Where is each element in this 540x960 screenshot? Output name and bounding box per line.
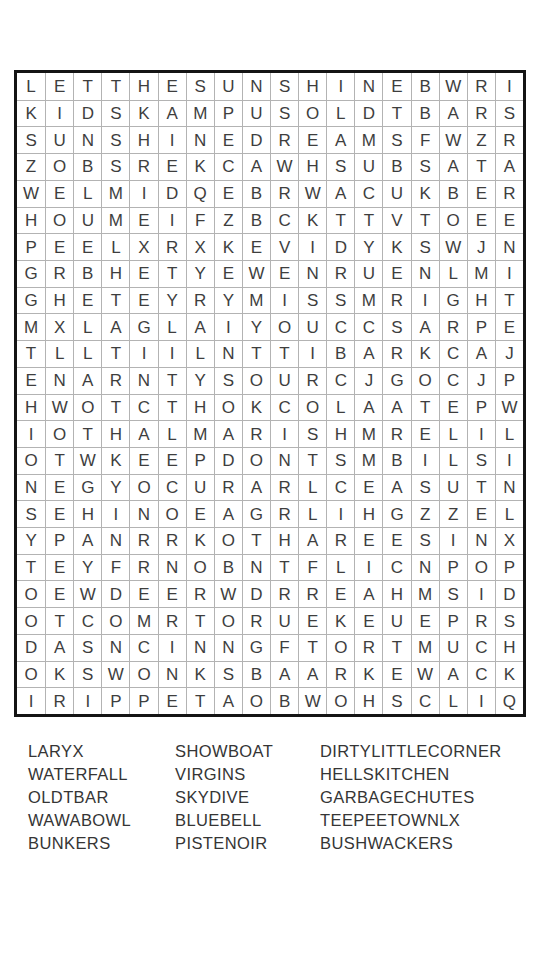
grid-cell-r21c1[interactable]: O xyxy=(17,607,45,634)
grid-cell-r14c15[interactable]: E xyxy=(411,420,439,447)
grid-cell-r6c18[interactable]: E xyxy=(495,207,523,234)
grid-cell-r16c6[interactable]: C xyxy=(158,474,186,501)
grid-cell-r22c7[interactable]: N xyxy=(186,634,214,661)
grid-cell-r6c10[interactable]: C xyxy=(270,207,298,234)
grid-cell-r14c1[interactable]: I xyxy=(17,420,45,447)
grid-cell-r20c1[interactable]: O xyxy=(17,580,45,607)
grid-cell-r5c18[interactable]: R xyxy=(495,180,523,207)
grid-cell-r24c9[interactable]: O xyxy=(242,687,270,714)
grid-cell-r24c8[interactable]: A xyxy=(214,687,242,714)
grid-cell-r1c10[interactable]: S xyxy=(270,73,298,100)
grid-cell-r3c12[interactable]: A xyxy=(326,126,354,153)
grid-cell-r22c15[interactable]: M xyxy=(411,634,439,661)
grid-cell-r12c12[interactable]: C xyxy=(326,367,354,394)
grid-cell-r7c2[interactable]: E xyxy=(45,233,73,260)
grid-cell-r14c10[interactable]: I xyxy=(270,420,298,447)
grid-cell-r9c8[interactable]: Y xyxy=(214,287,242,314)
grid-cell-r8c2[interactable]: R xyxy=(45,260,73,287)
grid-cell-r4c2[interactable]: O xyxy=(45,153,73,180)
grid-cell-r14c17[interactable]: I xyxy=(467,420,495,447)
grid-cell-r21c3[interactable]: C xyxy=(73,607,101,634)
grid-cell-r23c3[interactable]: S xyxy=(73,661,101,688)
grid-cell-r19c11[interactable]: F xyxy=(298,554,326,581)
grid-cell-r24c12[interactable]: O xyxy=(326,687,354,714)
grid-cell-r18c5[interactable]: R xyxy=(129,527,157,554)
grid-cell-r23c9[interactable]: B xyxy=(242,661,270,688)
grid-cell-r11c3[interactable]: L xyxy=(73,340,101,367)
grid-cell-r22c18[interactable]: H xyxy=(495,634,523,661)
grid-cell-r3c5[interactable]: H xyxy=(129,126,157,153)
grid-cell-r3c8[interactable]: E xyxy=(214,126,242,153)
grid-cell-r2c16[interactable]: A xyxy=(439,100,467,127)
grid-cell-r12c1[interactable]: E xyxy=(17,367,45,394)
grid-cell-r7c17[interactable]: J xyxy=(467,233,495,260)
grid-cell-r8c6[interactable]: T xyxy=(158,260,186,287)
grid-cell-r3c6[interactable]: I xyxy=(158,126,186,153)
grid-cell-r8c3[interactable]: B xyxy=(73,260,101,287)
grid-cell-r13c18[interactable]: W xyxy=(495,394,523,421)
grid-cell-r20c16[interactable]: S xyxy=(439,580,467,607)
grid-cell-r18c8[interactable]: O xyxy=(214,527,242,554)
grid-cell-r23c7[interactable]: K xyxy=(186,661,214,688)
grid-cell-r5c17[interactable]: E xyxy=(467,180,495,207)
grid-cell-r17c11[interactable]: L xyxy=(298,500,326,527)
grid-cell-r14c16[interactable]: L xyxy=(439,420,467,447)
grid-cell-r13c10[interactable]: C xyxy=(270,394,298,421)
grid-cell-r12c18[interactable]: P xyxy=(495,367,523,394)
grid-cell-r24c5[interactable]: P xyxy=(129,687,157,714)
grid-cell-r15c12[interactable]: S xyxy=(326,447,354,474)
grid-cell-r13c4[interactable]: T xyxy=(101,394,129,421)
grid-cell-r18c3[interactable]: A xyxy=(73,527,101,554)
grid-cell-r20c17[interactable]: I xyxy=(467,580,495,607)
grid-cell-r9c18[interactable]: T xyxy=(495,287,523,314)
grid-cell-r11c16[interactable]: C xyxy=(439,340,467,367)
grid-cell-r14c9[interactable]: R xyxy=(242,420,270,447)
grid-cell-r1c15[interactable]: B xyxy=(411,73,439,100)
grid-cell-r6c2[interactable]: O xyxy=(45,207,73,234)
grid-cell-r2c15[interactable]: B xyxy=(411,100,439,127)
grid-cell-r9c5[interactable]: E xyxy=(129,287,157,314)
grid-cell-r13c11[interactable]: O xyxy=(298,394,326,421)
grid-cell-r14c11[interactable]: S xyxy=(298,420,326,447)
grid-cell-r11c4[interactable]: T xyxy=(101,340,129,367)
grid-cell-r14c8[interactable]: A xyxy=(214,420,242,447)
grid-cell-r1c12[interactable]: I xyxy=(326,73,354,100)
grid-cell-r14c12[interactable]: H xyxy=(326,420,354,447)
grid-cell-r13c7[interactable]: H xyxy=(186,394,214,421)
grid-cell-r20c8[interactable]: W xyxy=(214,580,242,607)
grid-cell-r15c4[interactable]: K xyxy=(101,447,129,474)
grid-cell-r5c5[interactable]: I xyxy=(129,180,157,207)
grid-cell-r22c4[interactable]: N xyxy=(101,634,129,661)
grid-cell-r7c10[interactable]: V xyxy=(270,233,298,260)
grid-cell-r12c13[interactable]: J xyxy=(354,367,382,394)
grid-cell-r24c16[interactable]: L xyxy=(439,687,467,714)
grid-cell-r22c3[interactable]: S xyxy=(73,634,101,661)
grid-cell-r11c9[interactable]: T xyxy=(242,340,270,367)
grid-cell-r14c18[interactable]: L xyxy=(495,420,523,447)
grid-cell-r7c11[interactable]: I xyxy=(298,233,326,260)
grid-cell-r2c10[interactable]: S xyxy=(270,100,298,127)
grid-cell-r7c6[interactable]: R xyxy=(158,233,186,260)
grid-cell-r5c12[interactable]: A xyxy=(326,180,354,207)
grid-cell-r23c10[interactable]: A xyxy=(270,661,298,688)
grid-cell-r18c15[interactable]: S xyxy=(411,527,439,554)
grid-cell-r10c7[interactable]: A xyxy=(186,313,214,340)
grid-cell-r16c16[interactable]: U xyxy=(439,474,467,501)
grid-cell-r13c9[interactable]: K xyxy=(242,394,270,421)
grid-cell-r1c6[interactable]: E xyxy=(158,73,186,100)
grid-cell-r8c4[interactable]: H xyxy=(101,260,129,287)
grid-cell-r3c13[interactable]: M xyxy=(354,126,382,153)
grid-cell-r15c3[interactable]: W xyxy=(73,447,101,474)
grid-cell-r13c16[interactable]: E xyxy=(439,394,467,421)
grid-cell-r20c12[interactable]: E xyxy=(326,580,354,607)
grid-cell-r19c18[interactable]: P xyxy=(495,554,523,581)
grid-cell-r8c10[interactable]: E xyxy=(270,260,298,287)
grid-cell-r4c3[interactable]: B xyxy=(73,153,101,180)
grid-cell-r20c6[interactable]: E xyxy=(158,580,186,607)
grid-cell-r7c3[interactable]: E xyxy=(73,233,101,260)
grid-cell-r20c5[interactable]: E xyxy=(129,580,157,607)
grid-cell-r23c15[interactable]: W xyxy=(411,661,439,688)
grid-cell-r18c13[interactable]: E xyxy=(354,527,382,554)
grid-cell-r10c4[interactable]: A xyxy=(101,313,129,340)
grid-cell-r23c1[interactable]: O xyxy=(17,661,45,688)
grid-cell-r11c18[interactable]: J xyxy=(495,340,523,367)
grid-cell-r11c14[interactable]: R xyxy=(382,340,410,367)
grid-cell-r7c1[interactable]: P xyxy=(17,233,45,260)
grid-cell-r8c8[interactable]: E xyxy=(214,260,242,287)
grid-cell-r21c6[interactable]: R xyxy=(158,607,186,634)
grid-cell-r10c12[interactable]: C xyxy=(326,313,354,340)
grid-cell-r15c14[interactable]: B xyxy=(382,447,410,474)
grid-cell-r2c12[interactable]: L xyxy=(326,100,354,127)
grid-cell-r14c2[interactable]: O xyxy=(45,420,73,447)
grid-cell-r19c3[interactable]: Y xyxy=(73,554,101,581)
grid-cell-r21c5[interactable]: M xyxy=(129,607,157,634)
grid-cell-r13c6[interactable]: T xyxy=(158,394,186,421)
grid-cell-r16c11[interactable]: L xyxy=(298,474,326,501)
grid-cell-r5c8[interactable]: E xyxy=(214,180,242,207)
grid-cell-r22c1[interactable]: D xyxy=(17,634,45,661)
grid-cell-r10c3[interactable]: L xyxy=(73,313,101,340)
grid-cell-r7c18[interactable]: N xyxy=(495,233,523,260)
grid-cell-r10c5[interactable]: G xyxy=(129,313,157,340)
grid-cell-r1c4[interactable]: T xyxy=(101,73,129,100)
grid-cell-r23c11[interactable]: A xyxy=(298,661,326,688)
grid-cell-r4c12[interactable]: S xyxy=(326,153,354,180)
grid-cell-r24c14[interactable]: S xyxy=(382,687,410,714)
grid-cell-r5c16[interactable]: B xyxy=(439,180,467,207)
grid-cell-r3c18[interactable]: R xyxy=(495,126,523,153)
grid-cell-r18c1[interactable]: Y xyxy=(17,527,45,554)
grid-cell-r18c10[interactable]: H xyxy=(270,527,298,554)
grid-cell-r22c14[interactable]: T xyxy=(382,634,410,661)
grid-cell-r11c11[interactable]: I xyxy=(298,340,326,367)
grid-cell-r7c9[interactable]: E xyxy=(242,233,270,260)
grid-cell-r17c4[interactable]: I xyxy=(101,500,129,527)
grid-cell-r24c6[interactable]: E xyxy=(158,687,186,714)
grid-cell-r17c5[interactable]: N xyxy=(129,500,157,527)
grid-cell-r9c10[interactable]: I xyxy=(270,287,298,314)
grid-cell-r11c13[interactable]: A xyxy=(354,340,382,367)
grid-cell-r24c18[interactable]: Q xyxy=(495,687,523,714)
grid-cell-r19c9[interactable]: N xyxy=(242,554,270,581)
grid-cell-r13c1[interactable]: H xyxy=(17,394,45,421)
grid-cell-r10c6[interactable]: L xyxy=(158,313,186,340)
grid-cell-r24c2[interactable]: R xyxy=(45,687,73,714)
grid-cell-r5c9[interactable]: B xyxy=(242,180,270,207)
grid-cell-r1c18[interactable]: I xyxy=(495,73,523,100)
grid-cell-r12c17[interactable]: J xyxy=(467,367,495,394)
grid-cell-r11c17[interactable]: A xyxy=(467,340,495,367)
grid-cell-r3c1[interactable]: S xyxy=(17,126,45,153)
grid-cell-r16c18[interactable]: N xyxy=(495,474,523,501)
grid-cell-r6c7[interactable]: F xyxy=(186,207,214,234)
grid-cell-r18c17[interactable]: N xyxy=(467,527,495,554)
grid-cell-r24c3[interactable]: I xyxy=(73,687,101,714)
grid-cell-r15c18[interactable]: I xyxy=(495,447,523,474)
grid-cell-r9c4[interactable]: T xyxy=(101,287,129,314)
grid-cell-r4c15[interactable]: S xyxy=(411,153,439,180)
grid-cell-r19c7[interactable]: O xyxy=(186,554,214,581)
grid-cell-r13c15[interactable]: T xyxy=(411,394,439,421)
grid-cell-r4c7[interactable]: K xyxy=(186,153,214,180)
grid-cell-r5c13[interactable]: C xyxy=(354,180,382,207)
grid-cell-r18c12[interactable]: R xyxy=(326,527,354,554)
grid-cell-r4c9[interactable]: A xyxy=(242,153,270,180)
grid-cell-r16c13[interactable]: E xyxy=(354,474,382,501)
grid-cell-r4c6[interactable]: E xyxy=(158,153,186,180)
grid-cell-r3c11[interactable]: E xyxy=(298,126,326,153)
grid-cell-r4c10[interactable]: W xyxy=(270,153,298,180)
grid-cell-r22c13[interactable]: R xyxy=(354,634,382,661)
grid-cell-r12c9[interactable]: O xyxy=(242,367,270,394)
grid-cell-r12c10[interactable]: U xyxy=(270,367,298,394)
grid-cell-r1c17[interactable]: R xyxy=(467,73,495,100)
grid-cell-r17c12[interactable]: I xyxy=(326,500,354,527)
grid-cell-r3c7[interactable]: N xyxy=(186,126,214,153)
grid-cell-r8c18[interactable]: I xyxy=(495,260,523,287)
grid-cell-r17c9[interactable]: G xyxy=(242,500,270,527)
grid-cell-r12c5[interactable]: N xyxy=(129,367,157,394)
grid-cell-r21c7[interactable]: T xyxy=(186,607,214,634)
grid-cell-r22c8[interactable]: N xyxy=(214,634,242,661)
grid-cell-r12c6[interactable]: T xyxy=(158,367,186,394)
grid-cell-r7c7[interactable]: X xyxy=(186,233,214,260)
grid-cell-r19c15[interactable]: N xyxy=(411,554,439,581)
grid-cell-r3c2[interactable]: U xyxy=(45,126,73,153)
grid-cell-r20c7[interactable]: R xyxy=(186,580,214,607)
grid-cell-r12c8[interactable]: S xyxy=(214,367,242,394)
grid-cell-r10c15[interactable]: A xyxy=(411,313,439,340)
grid-cell-r17c17[interactable]: E xyxy=(467,500,495,527)
grid-cell-r11c15[interactable]: K xyxy=(411,340,439,367)
grid-cell-r2c2[interactable]: I xyxy=(45,100,73,127)
grid-cell-r9c6[interactable]: Y xyxy=(158,287,186,314)
grid-cell-r20c11[interactable]: R xyxy=(298,580,326,607)
grid-cell-r20c9[interactable]: D xyxy=(242,580,270,607)
grid-cell-r3c17[interactable]: Z xyxy=(467,126,495,153)
grid-cell-r1c2[interactable]: E xyxy=(45,73,73,100)
grid-cell-r18c18[interactable]: X xyxy=(495,527,523,554)
grid-cell-r23c8[interactable]: S xyxy=(214,661,242,688)
grid-cell-r8c1[interactable]: G xyxy=(17,260,45,287)
grid-cell-r7c15[interactable]: S xyxy=(411,233,439,260)
grid-cell-r19c12[interactable]: L xyxy=(326,554,354,581)
grid-cell-r3c14[interactable]: S xyxy=(382,126,410,153)
grid-cell-r22c16[interactable]: U xyxy=(439,634,467,661)
grid-cell-r2c7[interactable]: M xyxy=(186,100,214,127)
grid-cell-r10c13[interactable]: C xyxy=(354,313,382,340)
grid-cell-r10c18[interactable]: E xyxy=(495,313,523,340)
grid-cell-r22c17[interactable]: C xyxy=(467,634,495,661)
grid-cell-r17c18[interactable]: L xyxy=(495,500,523,527)
grid-cell-r21c10[interactable]: U xyxy=(270,607,298,634)
grid-cell-r11c12[interactable]: B xyxy=(326,340,354,367)
grid-cell-r3c3[interactable]: N xyxy=(73,126,101,153)
grid-cell-r11c7[interactable]: L xyxy=(186,340,214,367)
grid-cell-r9c2[interactable]: H xyxy=(45,287,73,314)
grid-cell-r3c10[interactable]: R xyxy=(270,126,298,153)
grid-cell-r7c4[interactable]: L xyxy=(101,233,129,260)
grid-cell-r20c3[interactable]: W xyxy=(73,580,101,607)
grid-cell-r16c8[interactable]: R xyxy=(214,474,242,501)
grid-cell-r18c11[interactable]: A xyxy=(298,527,326,554)
grid-cell-r5c2[interactable]: E xyxy=(45,180,73,207)
grid-cell-r15c16[interactable]: L xyxy=(439,447,467,474)
grid-cell-r23c16[interactable]: A xyxy=(439,661,467,688)
grid-cell-r22c12[interactable]: O xyxy=(326,634,354,661)
grid-cell-r18c9[interactable]: T xyxy=(242,527,270,554)
grid-cell-r12c16[interactable]: C xyxy=(439,367,467,394)
grid-cell-r9c9[interactable]: M xyxy=(242,287,270,314)
grid-cell-r8c7[interactable]: Y xyxy=(186,260,214,287)
grid-cell-r19c17[interactable]: O xyxy=(467,554,495,581)
grid-cell-r21c16[interactable]: P xyxy=(439,607,467,634)
grid-cell-r2c3[interactable]: D xyxy=(73,100,101,127)
grid-cell-r23c5[interactable]: O xyxy=(129,661,157,688)
grid-cell-r15c10[interactable]: N xyxy=(270,447,298,474)
grid-cell-r23c13[interactable]: K xyxy=(354,661,382,688)
grid-cell-r4c17[interactable]: T xyxy=(467,153,495,180)
grid-cell-r23c18[interactable]: K xyxy=(495,661,523,688)
grid-cell-r3c16[interactable]: W xyxy=(439,126,467,153)
grid-cell-r16c12[interactable]: C xyxy=(326,474,354,501)
grid-cell-r21c15[interactable]: E xyxy=(411,607,439,634)
grid-cell-r15c15[interactable]: I xyxy=(411,447,439,474)
grid-cell-r6c15[interactable]: T xyxy=(411,207,439,234)
grid-cell-r19c14[interactable]: C xyxy=(382,554,410,581)
grid-cell-r15c7[interactable]: P xyxy=(186,447,214,474)
grid-cell-r12c2[interactable]: N xyxy=(45,367,73,394)
grid-cell-r9c16[interactable]: G xyxy=(439,287,467,314)
grid-cell-r10c1[interactable]: M xyxy=(17,313,45,340)
grid-cell-r18c2[interactable]: P xyxy=(45,527,73,554)
grid-cell-r11c5[interactable]: I xyxy=(129,340,157,367)
grid-cell-r7c12[interactable]: D xyxy=(326,233,354,260)
grid-cell-r6c1[interactable]: H xyxy=(17,207,45,234)
grid-cell-r16c17[interactable]: T xyxy=(467,474,495,501)
grid-cell-r21c11[interactable]: E xyxy=(298,607,326,634)
grid-cell-r16c2[interactable]: E xyxy=(45,474,73,501)
grid-cell-r16c15[interactable]: S xyxy=(411,474,439,501)
grid-cell-r16c5[interactable]: O xyxy=(129,474,157,501)
grid-cell-r14c7[interactable]: M xyxy=(186,420,214,447)
grid-cell-r8c13[interactable]: U xyxy=(354,260,382,287)
grid-cell-r2c18[interactable]: S xyxy=(495,100,523,127)
grid-cell-r2c14[interactable]: T xyxy=(382,100,410,127)
grid-cell-r7c14[interactable]: K xyxy=(382,233,410,260)
grid-cell-r20c18[interactable]: D xyxy=(495,580,523,607)
grid-cell-r2c8[interactable]: P xyxy=(214,100,242,127)
grid-cell-r13c12[interactable]: L xyxy=(326,394,354,421)
grid-cell-r24c10[interactable]: B xyxy=(270,687,298,714)
grid-cell-r22c2[interactable]: A xyxy=(45,634,73,661)
grid-cell-r19c1[interactable]: T xyxy=(17,554,45,581)
grid-cell-r23c12[interactable]: R xyxy=(326,661,354,688)
grid-cell-r15c17[interactable]: S xyxy=(467,447,495,474)
grid-cell-r1c3[interactable]: T xyxy=(73,73,101,100)
grid-cell-r21c9[interactable]: R xyxy=(242,607,270,634)
grid-cell-r15c5[interactable]: E xyxy=(129,447,157,474)
grid-cell-r20c10[interactable]: R xyxy=(270,580,298,607)
grid-cell-r21c4[interactable]: O xyxy=(101,607,129,634)
grid-cell-r17c6[interactable]: O xyxy=(158,500,186,527)
grid-cell-r13c8[interactable]: O xyxy=(214,394,242,421)
grid-cell-r19c6[interactable]: N xyxy=(158,554,186,581)
grid-cell-r16c3[interactable]: G xyxy=(73,474,101,501)
grid-cell-r12c15[interactable]: O xyxy=(411,367,439,394)
grid-cell-r14c3[interactable]: T xyxy=(73,420,101,447)
grid-cell-r20c4[interactable]: D xyxy=(101,580,129,607)
grid-cell-r14c14[interactable]: R xyxy=(382,420,410,447)
grid-cell-r1c7[interactable]: S xyxy=(186,73,214,100)
grid-cell-r13c17[interactable]: P xyxy=(467,394,495,421)
grid-cell-r5c11[interactable]: W xyxy=(298,180,326,207)
grid-cell-r24c1[interactable]: I xyxy=(17,687,45,714)
grid-cell-r10c16[interactable]: R xyxy=(439,313,467,340)
grid-cell-r19c4[interactable]: F xyxy=(101,554,129,581)
grid-cell-r5c6[interactable]: D xyxy=(158,180,186,207)
grid-cell-r16c1[interactable]: N xyxy=(17,474,45,501)
grid-cell-r8c9[interactable]: W xyxy=(242,260,270,287)
grid-cell-r13c5[interactable]: C xyxy=(129,394,157,421)
grid-cell-r6c9[interactable]: B xyxy=(242,207,270,234)
grid-cell-r4c14[interactable]: B xyxy=(382,153,410,180)
grid-cell-r9c13[interactable]: M xyxy=(354,287,382,314)
grid-cell-r3c4[interactable]: S xyxy=(101,126,129,153)
grid-cell-r2c1[interactable]: K xyxy=(17,100,45,127)
grid-cell-r6c13[interactable]: T xyxy=(354,207,382,234)
grid-cell-r10c8[interactable]: I xyxy=(214,313,242,340)
grid-cell-r6c8[interactable]: Z xyxy=(214,207,242,234)
grid-cell-r6c11[interactable]: K xyxy=(298,207,326,234)
grid-cell-r1c13[interactable]: N xyxy=(354,73,382,100)
grid-cell-r10c9[interactable]: Y xyxy=(242,313,270,340)
grid-cell-r5c4[interactable]: M xyxy=(101,180,129,207)
grid-cell-r6c5[interactable]: E xyxy=(129,207,157,234)
grid-cell-r7c5[interactable]: X xyxy=(129,233,157,260)
grid-cell-r22c9[interactable]: G xyxy=(242,634,270,661)
grid-cell-r20c2[interactable]: E xyxy=(45,580,73,607)
grid-cell-r9c7[interactable]: R xyxy=(186,287,214,314)
grid-cell-r9c1[interactable]: G xyxy=(17,287,45,314)
grid-cell-r23c6[interactable]: N xyxy=(158,661,186,688)
grid-cell-r16c7[interactable]: U xyxy=(186,474,214,501)
